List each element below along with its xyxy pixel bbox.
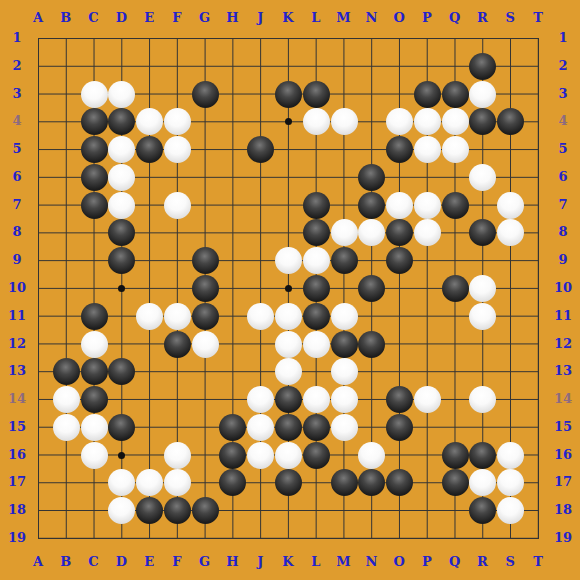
column-label-bottom-K: K	[277, 554, 299, 569]
black-stone-K17	[275, 469, 302, 496]
black-stone-D13	[108, 358, 135, 385]
black-stone-L10	[303, 275, 330, 302]
black-stone-R8	[469, 219, 496, 246]
black-stone-G3	[192, 81, 219, 108]
column-label-top-S: S	[499, 10, 521, 25]
black-stone-N7	[358, 192, 385, 219]
column-label-bottom-S: S	[499, 554, 521, 569]
row-label-right-17: 17	[550, 474, 576, 490]
column-label-top-C: C	[83, 10, 105, 25]
column-label-bottom-Q: Q	[444, 554, 466, 569]
white-stone-J14	[247, 386, 274, 413]
black-stone-G11	[192, 303, 219, 330]
black-stone-K14	[275, 386, 302, 413]
black-stone-L16	[303, 442, 330, 469]
white-stone-C3	[81, 81, 108, 108]
white-stone-D17	[108, 469, 135, 496]
black-stone-K15	[275, 414, 302, 441]
row-label-right-18: 18	[550, 502, 576, 518]
column-label-top-G: G	[194, 10, 216, 25]
column-label-top-A: A	[27, 10, 49, 25]
white-stone-L4	[303, 108, 330, 135]
black-stone-N6	[358, 164, 385, 191]
white-stone-N16	[358, 442, 385, 469]
black-stone-N17	[358, 469, 385, 496]
star-point	[285, 118, 292, 125]
white-stone-R3	[469, 81, 496, 108]
row-label-left-13: 13	[4, 363, 30, 379]
row-label-left-19: 19	[4, 530, 30, 546]
row-label-left-16: 16	[4, 447, 30, 463]
white-stone-S16	[497, 442, 524, 469]
white-stone-K12	[275, 331, 302, 358]
white-stone-S8	[497, 219, 524, 246]
white-stone-S17	[497, 469, 524, 496]
go-board-screenshot: AABBCCDDEEFFGGHHJJKKLLMMNNOOPPQQRRSSTT11…	[0, 0, 580, 580]
black-stone-C7	[81, 192, 108, 219]
white-stone-D6	[108, 164, 135, 191]
column-label-bottom-J: J	[249, 554, 271, 569]
black-stone-Q17	[442, 469, 469, 496]
white-stone-J15	[247, 414, 274, 441]
black-stone-L7	[303, 192, 330, 219]
black-stone-Q10	[442, 275, 469, 302]
white-stone-C15	[81, 414, 108, 441]
black-stone-E18	[136, 497, 163, 524]
white-stone-M4	[331, 108, 358, 135]
row-label-right-11: 11	[550, 308, 576, 324]
column-label-bottom-F: F	[166, 554, 188, 569]
black-stone-O17	[386, 469, 413, 496]
black-stone-Q16	[442, 442, 469, 469]
black-stone-D15	[108, 414, 135, 441]
white-stone-C12	[81, 331, 108, 358]
white-stone-L12	[303, 331, 330, 358]
row-label-right-8: 8	[550, 224, 576, 240]
column-label-top-R: R	[471, 10, 493, 25]
white-stone-M13	[331, 358, 358, 385]
star-point	[118, 285, 125, 292]
white-stone-G12	[192, 331, 219, 358]
white-stone-M15	[331, 414, 358, 441]
white-stone-F7	[164, 192, 191, 219]
column-label-bottom-L: L	[305, 554, 327, 569]
black-stone-O15	[386, 414, 413, 441]
white-stone-R14	[469, 386, 496, 413]
column-label-top-O: O	[388, 10, 410, 25]
black-stone-O5	[386, 136, 413, 163]
column-label-top-H: H	[221, 10, 243, 25]
black-stone-H16	[219, 442, 246, 469]
black-stone-R4	[469, 108, 496, 135]
black-stone-C11	[81, 303, 108, 330]
black-stone-G9	[192, 247, 219, 274]
black-stone-L15	[303, 414, 330, 441]
white-stone-Q4	[442, 108, 469, 135]
white-stone-L14	[303, 386, 330, 413]
column-label-bottom-A: A	[27, 554, 49, 569]
white-stone-P4	[414, 108, 441, 135]
white-stone-P14	[414, 386, 441, 413]
white-stone-S18	[497, 497, 524, 524]
white-stone-E11	[136, 303, 163, 330]
black-stone-R16	[469, 442, 496, 469]
white-stone-R17	[469, 469, 496, 496]
black-stone-L11	[303, 303, 330, 330]
column-label-bottom-N: N	[360, 554, 382, 569]
white-stone-P7	[414, 192, 441, 219]
row-label-left-2: 2	[4, 58, 30, 74]
white-stone-E17	[136, 469, 163, 496]
white-stone-K11	[275, 303, 302, 330]
black-stone-M17	[331, 469, 358, 496]
row-label-left-18: 18	[4, 502, 30, 518]
black-stone-D8	[108, 219, 135, 246]
row-label-left-1: 1	[4, 30, 30, 46]
white-stone-O7	[386, 192, 413, 219]
row-label-right-9: 9	[550, 252, 576, 268]
row-label-left-3: 3	[4, 86, 30, 102]
white-stone-F17	[164, 469, 191, 496]
black-stone-H17	[219, 469, 246, 496]
white-stone-M8	[331, 219, 358, 246]
row-label-left-7: 7	[4, 197, 30, 213]
black-stone-E5	[136, 136, 163, 163]
black-stone-P3	[414, 81, 441, 108]
column-label-bottom-E: E	[138, 554, 160, 569]
row-label-right-16: 16	[550, 447, 576, 463]
white-stone-J16	[247, 442, 274, 469]
column-label-bottom-O: O	[388, 554, 410, 569]
white-stone-S7	[497, 192, 524, 219]
row-label-right-10: 10	[550, 280, 576, 296]
column-label-bottom-P: P	[416, 554, 438, 569]
black-stone-J5	[247, 136, 274, 163]
white-stone-Q5	[442, 136, 469, 163]
black-stone-K3	[275, 81, 302, 108]
column-label-top-L: L	[305, 10, 327, 25]
column-label-bottom-C: C	[83, 554, 105, 569]
black-stone-N12	[358, 331, 385, 358]
white-stone-M14	[331, 386, 358, 413]
black-stone-D4	[108, 108, 135, 135]
black-stone-O14	[386, 386, 413, 413]
row-label-left-10: 10	[4, 280, 30, 296]
row-label-left-5: 5	[4, 141, 30, 157]
row-label-right-6: 6	[550, 169, 576, 185]
white-stone-B14	[53, 386, 80, 413]
white-stone-E4	[136, 108, 163, 135]
column-label-top-T: T	[527, 10, 549, 25]
star-point	[285, 285, 292, 292]
black-stone-M9	[331, 247, 358, 274]
white-stone-K9	[275, 247, 302, 274]
go-board-grid[interactable]	[38, 38, 539, 539]
black-stone-C6	[81, 164, 108, 191]
white-stone-R11	[469, 303, 496, 330]
black-stone-F18	[164, 497, 191, 524]
column-label-top-N: N	[360, 10, 382, 25]
black-stone-O8	[386, 219, 413, 246]
column-label-top-P: P	[416, 10, 438, 25]
white-stone-D5	[108, 136, 135, 163]
column-label-top-M: M	[333, 10, 355, 25]
column-label-bottom-T: T	[527, 554, 549, 569]
black-stone-M12	[331, 331, 358, 358]
white-stone-D7	[108, 192, 135, 219]
white-stone-O4	[386, 108, 413, 135]
column-label-top-J: J	[249, 10, 271, 25]
row-label-left-4: 4	[4, 113, 30, 129]
white-stone-F11	[164, 303, 191, 330]
row-label-right-12: 12	[550, 336, 576, 352]
white-stone-K16	[275, 442, 302, 469]
black-stone-O9	[386, 247, 413, 274]
white-stone-F16	[164, 442, 191, 469]
black-stone-S4	[497, 108, 524, 135]
column-label-top-D: D	[110, 10, 132, 25]
column-label-top-B: B	[55, 10, 77, 25]
black-stone-R18	[469, 497, 496, 524]
black-stone-G10	[192, 275, 219, 302]
star-point	[118, 452, 125, 459]
row-label-left-9: 9	[4, 252, 30, 268]
white-stone-P5	[414, 136, 441, 163]
white-stone-D18	[108, 497, 135, 524]
black-stone-F12	[164, 331, 191, 358]
black-stone-N10	[358, 275, 385, 302]
row-label-left-12: 12	[4, 336, 30, 352]
white-stone-K13	[275, 358, 302, 385]
white-stone-M11	[331, 303, 358, 330]
row-label-right-4: 4	[550, 113, 576, 129]
black-stone-L8	[303, 219, 330, 246]
white-stone-F4	[164, 108, 191, 135]
column-label-bottom-D: D	[110, 554, 132, 569]
black-stone-H15	[219, 414, 246, 441]
column-label-bottom-G: G	[194, 554, 216, 569]
white-stone-C16	[81, 442, 108, 469]
column-label-bottom-B: B	[55, 554, 77, 569]
white-stone-B15	[53, 414, 80, 441]
white-stone-L9	[303, 247, 330, 274]
black-stone-B13	[53, 358, 80, 385]
column-label-top-Q: Q	[444, 10, 466, 25]
row-label-right-15: 15	[550, 419, 576, 435]
black-stone-Q7	[442, 192, 469, 219]
row-label-left-17: 17	[4, 474, 30, 490]
white-stone-D3	[108, 81, 135, 108]
black-stone-C13	[81, 358, 108, 385]
row-label-right-7: 7	[550, 197, 576, 213]
row-label-right-14: 14	[550, 391, 576, 407]
row-label-right-19: 19	[550, 530, 576, 546]
column-label-bottom-H: H	[221, 554, 243, 569]
black-stone-C4	[81, 108, 108, 135]
white-stone-N8	[358, 219, 385, 246]
column-label-top-E: E	[138, 10, 160, 25]
white-stone-J11	[247, 303, 274, 330]
row-label-right-3: 3	[550, 86, 576, 102]
row-label-right-1: 1	[550, 30, 576, 46]
black-stone-L3	[303, 81, 330, 108]
white-stone-R10	[469, 275, 496, 302]
column-label-bottom-M: M	[333, 554, 355, 569]
row-label-right-2: 2	[550, 58, 576, 74]
row-label-left-15: 15	[4, 419, 30, 435]
row-label-left-6: 6	[4, 169, 30, 185]
white-stone-R6	[469, 164, 496, 191]
black-stone-C14	[81, 386, 108, 413]
black-stone-D9	[108, 247, 135, 274]
row-label-left-8: 8	[4, 224, 30, 240]
white-stone-P8	[414, 219, 441, 246]
column-label-bottom-R: R	[471, 554, 493, 569]
column-label-top-F: F	[166, 10, 188, 25]
row-label-right-13: 13	[550, 363, 576, 379]
row-label-right-5: 5	[550, 141, 576, 157]
column-label-top-K: K	[277, 10, 299, 25]
row-label-left-14: 14	[4, 391, 30, 407]
black-stone-Q3	[442, 81, 469, 108]
black-stone-C5	[81, 136, 108, 163]
white-stone-F5	[164, 136, 191, 163]
black-stone-R2	[469, 53, 496, 80]
row-label-left-11: 11	[4, 308, 30, 324]
black-stone-G18	[192, 497, 219, 524]
